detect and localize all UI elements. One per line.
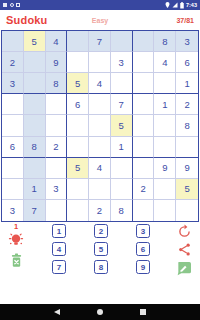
cell-r1c3[interactable]: 4 bbox=[46, 31, 68, 52]
cell-r7c9[interactable]: 9 bbox=[176, 158, 198, 179]
nav-home-button[interactable] bbox=[97, 309, 104, 316]
numpad-column-2: 258 bbox=[87, 224, 111, 274]
numpad-button-9[interactable]: 9 bbox=[136, 260, 150, 274]
cell-r5c6[interactable]: 5 bbox=[111, 115, 133, 136]
cell-r8c4[interactable] bbox=[67, 179, 89, 200]
recents-icon bbox=[140, 309, 146, 315]
cell-r8c7[interactable]: 2 bbox=[133, 179, 155, 200]
nav-recents-button[interactable] bbox=[140, 309, 146, 315]
cell-r5c7[interactable] bbox=[133, 115, 155, 136]
cell-r7c5[interactable]: 4 bbox=[89, 158, 111, 179]
cell-r4c6[interactable]: 7 bbox=[111, 94, 133, 115]
cell-r3c2[interactable] bbox=[24, 73, 46, 94]
cell-r2c5[interactable] bbox=[89, 52, 111, 73]
cell-r3c6[interactable] bbox=[111, 73, 133, 94]
cell-r4c4[interactable]: 6 bbox=[67, 94, 89, 115]
cell-r8c1[interactable] bbox=[2, 179, 24, 200]
cell-r9c4[interactable] bbox=[67, 200, 89, 221]
cell-r3c4[interactable]: 5 bbox=[67, 73, 89, 94]
nav-bar bbox=[0, 304, 200, 320]
hint-button[interactable]: 1 bbox=[7, 223, 25, 250]
hint-count-badge: 1 bbox=[14, 223, 18, 231]
cell-r5c5[interactable] bbox=[89, 115, 111, 136]
nav-back-button[interactable] bbox=[54, 309, 60, 315]
cell-r6c6[interactable]: 1 bbox=[111, 137, 133, 158]
cell-r3c3[interactable]: 8 bbox=[46, 73, 68, 94]
cell-r8c5[interactable] bbox=[89, 179, 111, 200]
cell-r3c9[interactable]: 1 bbox=[176, 73, 198, 94]
cell-r1c7[interactable] bbox=[133, 31, 155, 52]
cell-r4c2[interactable] bbox=[24, 94, 46, 115]
page-title: Sudoku bbox=[6, 14, 48, 26]
cell-r2c1[interactable]: 2 bbox=[2, 52, 24, 73]
restart-icon bbox=[177, 224, 192, 239]
numpad-button-4[interactable]: 4 bbox=[52, 242, 66, 256]
home-icon bbox=[97, 309, 104, 316]
numpad-button-8[interactable]: 8 bbox=[94, 260, 108, 274]
cell-r8c8[interactable] bbox=[154, 179, 176, 200]
cell-r1c4[interactable] bbox=[67, 31, 89, 52]
lightbulb-icon bbox=[7, 231, 25, 250]
cell-r3c5[interactable]: 4 bbox=[89, 73, 111, 94]
share-button[interactable] bbox=[177, 242, 192, 257]
numpad-button-1[interactable]: 1 bbox=[52, 224, 66, 238]
cell-r7c8[interactable]: 9 bbox=[154, 158, 176, 179]
cell-r2c6[interactable]: 3 bbox=[111, 52, 133, 73]
cell-r1c2[interactable]: 5 bbox=[24, 31, 46, 52]
cell-r9c1[interactable]: 3 bbox=[2, 200, 24, 221]
pencil-icon bbox=[176, 260, 192, 276]
cell-r4c9[interactable]: 2 bbox=[176, 94, 198, 115]
cell-r3c8[interactable] bbox=[154, 73, 176, 94]
cell-r1c9[interactable]: 3 bbox=[176, 31, 198, 52]
cell-r6c4[interactable] bbox=[67, 137, 89, 158]
cell-r2c8[interactable]: 4 bbox=[154, 52, 176, 73]
cell-r2c2[interactable] bbox=[24, 52, 46, 73]
numpad-button-3[interactable]: 3 bbox=[136, 224, 150, 238]
numpad-button-7[interactable]: 7 bbox=[52, 260, 66, 274]
cell-r7c3[interactable] bbox=[46, 158, 68, 179]
cell-r5c8[interactable] bbox=[154, 115, 176, 136]
cell-r7c6[interactable] bbox=[111, 158, 133, 179]
cell-r8c6[interactable] bbox=[111, 179, 133, 200]
cell-r1c6[interactable] bbox=[111, 31, 133, 52]
numpad-button-6[interactable]: 6 bbox=[136, 242, 150, 256]
app-header: Sudoku Easy 37/81 bbox=[0, 10, 200, 30]
cell-r9c2[interactable]: 7 bbox=[24, 200, 46, 221]
cell-r4c1[interactable] bbox=[2, 94, 24, 115]
numpad-button-2[interactable]: 2 bbox=[94, 224, 108, 238]
cell-r5c1[interactable] bbox=[2, 115, 24, 136]
time-label: 7:43 bbox=[186, 2, 197, 8]
cell-r6c8[interactable] bbox=[154, 137, 176, 158]
cell-r3c1[interactable]: 3 bbox=[2, 73, 24, 94]
erase-button[interactable] bbox=[9, 252, 24, 268]
sudoku-grid: 5478329346385416712586821549913253728 bbox=[1, 30, 199, 222]
cell-r7c4[interactable]: 5 bbox=[67, 158, 89, 179]
cell-r6c5[interactable] bbox=[89, 137, 111, 158]
cell-r7c2[interactable] bbox=[24, 158, 46, 179]
numpad-column-1: 147 bbox=[45, 224, 69, 274]
cell-r4c5[interactable] bbox=[89, 94, 111, 115]
cell-r1c1[interactable] bbox=[2, 31, 24, 52]
battery-icon bbox=[180, 2, 184, 9]
cell-r5c2[interactable] bbox=[24, 115, 46, 136]
difficulty-label: Easy bbox=[92, 17, 108, 24]
cell-r6c9[interactable] bbox=[176, 137, 198, 158]
cell-r2c4[interactable] bbox=[67, 52, 89, 73]
notification-icon-3 bbox=[16, 3, 20, 8]
cell-r9c7[interactable] bbox=[133, 200, 155, 221]
numpad-column-3: 369 bbox=[129, 224, 153, 274]
toolbar: 1 bbox=[0, 222, 200, 282]
cell-r5c4[interactable] bbox=[67, 115, 89, 136]
location-icon bbox=[165, 2, 170, 8]
cell-r1c8[interactable]: 8 bbox=[154, 31, 176, 52]
cell-r6c2[interactable]: 8 bbox=[24, 137, 46, 158]
cell-r1c5[interactable]: 7 bbox=[89, 31, 111, 52]
cell-r8c2[interactable]: 1 bbox=[24, 179, 46, 200]
notification-icon-2 bbox=[10, 3, 14, 7]
cell-r3c7[interactable] bbox=[133, 73, 155, 94]
trash-icon bbox=[9, 252, 24, 268]
cell-r2c7[interactable] bbox=[133, 52, 155, 73]
cell-r8c3[interactable]: 3 bbox=[46, 179, 68, 200]
cell-r5c9[interactable]: 8 bbox=[176, 115, 198, 136]
numpad-button-5[interactable]: 5 bbox=[94, 242, 108, 256]
cell-r9c3[interactable] bbox=[46, 200, 68, 221]
cell-r7c1[interactable] bbox=[2, 158, 24, 179]
notification-icon-1 bbox=[3, 3, 7, 7]
cell-r6c3[interactable]: 2 bbox=[46, 137, 68, 158]
cell-r9c5[interactable]: 2 bbox=[89, 200, 111, 221]
notes-button[interactable] bbox=[176, 260, 192, 276]
back-icon bbox=[54, 309, 60, 315]
progress-label: 37/81 bbox=[176, 17, 194, 24]
status-bar: 7:43 bbox=[0, 0, 200, 10]
cell-r6c7[interactable] bbox=[133, 137, 155, 158]
cell-r9c6[interactable]: 8 bbox=[111, 200, 133, 221]
cell-r7c7[interactable] bbox=[133, 158, 155, 179]
cell-r4c8[interactable]: 1 bbox=[154, 94, 176, 115]
cell-r2c3[interactable]: 9 bbox=[46, 52, 68, 73]
share-icon bbox=[177, 242, 192, 257]
cell-r5c3[interactable] bbox=[46, 115, 68, 136]
cell-r9c9[interactable] bbox=[176, 200, 198, 221]
cell-r4c7[interactable] bbox=[133, 94, 155, 115]
cell-r9c8[interactable] bbox=[154, 200, 176, 221]
cell-r2c9[interactable]: 6 bbox=[176, 52, 198, 73]
cell-r4c3[interactable] bbox=[46, 94, 68, 115]
restart-button[interactable] bbox=[177, 224, 192, 239]
cell-r6c1[interactable]: 6 bbox=[2, 137, 24, 158]
cell-r8c9[interactable]: 5 bbox=[176, 179, 198, 200]
signal-icon bbox=[172, 2, 178, 8]
